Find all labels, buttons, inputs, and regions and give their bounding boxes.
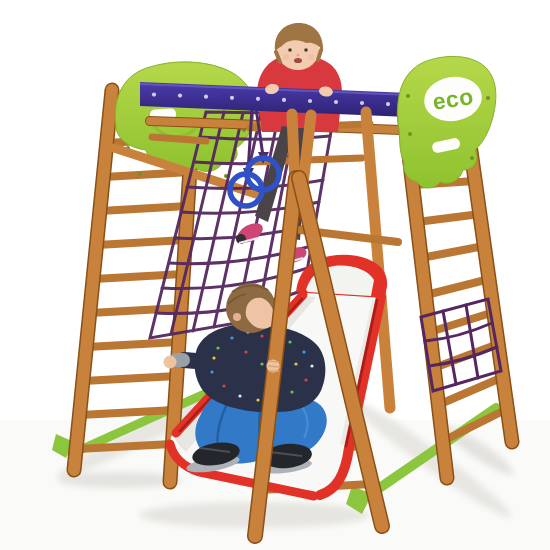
product-photo: eco [0,0,550,550]
play-gym-illustration: eco [0,0,550,550]
boy-right-hand [267,360,281,373]
boy-ear [233,313,241,321]
boy-left-hand [164,356,177,369]
boy-jacket [194,324,325,413]
